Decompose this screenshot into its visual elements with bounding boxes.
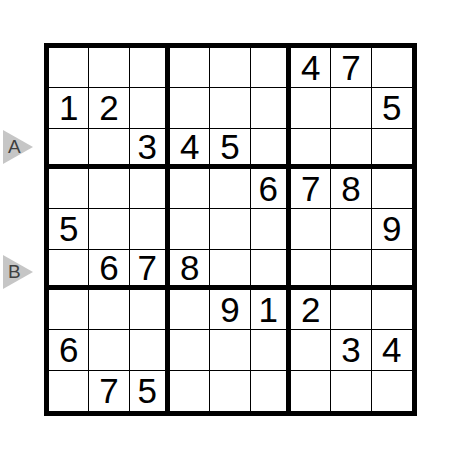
cell-r5c3[interactable] (130, 209, 170, 249)
cell-r4c6[interactable]: 6 (251, 169, 291, 209)
cell-r2c7[interactable] (291, 88, 331, 128)
cell-r7c1[interactable] (49, 290, 89, 330)
cell-r7c5[interactable]: 9 (210, 290, 250, 330)
cell-r1c3[interactable] (130, 48, 170, 88)
cell-r2c1[interactable]: 1 (49, 88, 89, 128)
cell-r3c1[interactable] (49, 129, 89, 169)
cell-r1c8[interactable]: 7 (331, 48, 371, 88)
cell-r7c8[interactable] (331, 290, 371, 330)
cell-r9c9[interactable] (372, 371, 412, 411)
cell-r4c9[interactable] (372, 169, 412, 209)
given-digit: 4 (180, 129, 199, 164)
cell-r6c5[interactable] (210, 250, 250, 290)
cell-r9c4[interactable] (170, 371, 210, 411)
cell-r1c9[interactable] (372, 48, 412, 88)
cell-r6c7[interactable] (291, 250, 331, 290)
cell-r7c2[interactable] (89, 290, 129, 330)
row-marker-a-label: A (8, 136, 21, 158)
given-digit: 7 (341, 50, 360, 85)
cell-r2c2[interactable]: 2 (89, 88, 129, 128)
cell-r6c2[interactable]: 6 (89, 250, 129, 290)
cell-r6c6[interactable] (251, 250, 291, 290)
cell-r4c3[interactable] (130, 169, 170, 209)
given-digit: 7 (99, 373, 118, 408)
cell-r9c2[interactable]: 7 (89, 371, 129, 411)
cell-r6c9[interactable] (372, 250, 412, 290)
given-digit: 3 (341, 332, 360, 367)
cell-r7c3[interactable] (130, 290, 170, 330)
cell-r4c4[interactable] (170, 169, 210, 209)
cell-r3c9[interactable] (372, 129, 412, 169)
cell-r1c7[interactable]: 4 (291, 48, 331, 88)
cell-r3c8[interactable] (331, 129, 371, 169)
given-digit: 1 (259, 292, 278, 327)
cell-r8c5[interactable] (210, 330, 250, 370)
cell-r3c6[interactable] (251, 129, 291, 169)
cell-r2c4[interactable] (170, 88, 210, 128)
cell-r4c5[interactable] (210, 169, 250, 209)
cell-r5c9[interactable]: 9 (372, 209, 412, 249)
given-digit: 8 (341, 171, 360, 206)
cell-r1c5[interactable] (210, 48, 250, 88)
cell-r1c2[interactable] (89, 48, 129, 88)
cell-r9c8[interactable] (331, 371, 371, 411)
cell-r8c9[interactable]: 4 (372, 330, 412, 370)
given-digit: 5 (220, 129, 239, 164)
given-digit: 6 (99, 250, 118, 285)
cell-r7c9[interactable] (372, 290, 412, 330)
cell-r2c8[interactable] (331, 88, 371, 128)
cell-r3c5[interactable]: 5 (210, 129, 250, 169)
cell-r7c4[interactable] (170, 290, 210, 330)
cell-r6c1[interactable] (49, 250, 89, 290)
cell-r2c9[interactable]: 5 (372, 88, 412, 128)
given-digit: 5 (138, 373, 157, 408)
cell-r5c5[interactable] (210, 209, 250, 249)
cell-r3c4[interactable]: 4 (170, 129, 210, 169)
cell-r7c6[interactable]: 1 (251, 290, 291, 330)
cell-r8c8[interactable]: 3 (331, 330, 371, 370)
given-digit: 6 (259, 171, 278, 206)
cell-r2c6[interactable] (251, 88, 291, 128)
cell-r9c1[interactable] (49, 371, 89, 411)
cell-r8c1[interactable]: 6 (49, 330, 89, 370)
cell-r6c3[interactable]: 7 (130, 250, 170, 290)
given-digit: 2 (99, 90, 118, 125)
cell-r9c7[interactable] (291, 371, 331, 411)
cell-r8c6[interactable] (251, 330, 291, 370)
cell-r3c7[interactable] (291, 129, 331, 169)
given-digit: 4 (301, 50, 320, 85)
cell-r4c2[interactable] (89, 169, 129, 209)
sudoku-grid: 471253456785967891263475 (44, 43, 417, 416)
given-digit: 7 (301, 171, 320, 206)
cell-r6c4[interactable]: 8 (170, 250, 210, 290)
cell-r8c4[interactable] (170, 330, 210, 370)
cell-r1c4[interactable] (170, 48, 210, 88)
cell-r8c3[interactable] (130, 330, 170, 370)
given-digit: 7 (138, 250, 157, 285)
given-digit: 5 (59, 211, 78, 246)
given-digit: 5 (382, 90, 401, 125)
given-digit: 2 (301, 292, 320, 327)
cell-r3c3[interactable]: 3 (130, 129, 170, 169)
cell-r5c1[interactable]: 5 (49, 209, 89, 249)
cell-r9c6[interactable] (251, 371, 291, 411)
cell-r4c1[interactable] (49, 169, 89, 209)
cell-r1c6[interactable] (251, 48, 291, 88)
cell-r9c5[interactable] (210, 371, 250, 411)
cell-r8c2[interactable] (89, 330, 129, 370)
puzzle-page: A B 471253456785967891263475 (0, 0, 456, 463)
given-digit: 3 (138, 129, 157, 164)
row-marker-b-label: B (8, 261, 21, 283)
cell-r4c7[interactable]: 7 (291, 169, 331, 209)
given-digit: 9 (220, 292, 239, 327)
cell-r5c2[interactable] (89, 209, 129, 249)
cell-r8c7[interactable] (291, 330, 331, 370)
cell-r4c8[interactable]: 8 (331, 169, 371, 209)
given-digit: 9 (382, 211, 401, 246)
cell-r2c3[interactable] (130, 88, 170, 128)
given-digit: 4 (382, 332, 401, 367)
cell-r5c4[interactable] (170, 209, 210, 249)
cell-r5c6[interactable] (251, 209, 291, 249)
row-marker-a: A (3, 130, 33, 164)
cell-r2c5[interactable] (210, 88, 250, 128)
row-marker-b: B (3, 255, 33, 289)
cell-r9c3[interactable]: 5 (130, 371, 170, 411)
cell-r1c1[interactable] (49, 48, 89, 88)
given-digit: 1 (59, 90, 78, 125)
cell-r6c8[interactable] (331, 250, 371, 290)
cell-r7c7[interactable]: 2 (291, 290, 331, 330)
given-digit: 6 (59, 332, 78, 367)
cell-r3c2[interactable] (89, 129, 129, 169)
given-digit: 8 (180, 250, 199, 285)
cell-r5c7[interactable] (291, 209, 331, 249)
cell-r5c8[interactable] (331, 209, 371, 249)
